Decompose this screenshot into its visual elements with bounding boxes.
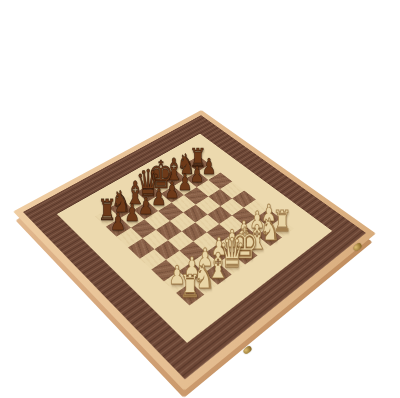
- white-rook[interactable]: ♜: [180, 271, 201, 303]
- black-pawn[interactable]: ♟: [177, 171, 192, 193]
- product-photo-scene: ♜♞♝♛♚♝♞♜♟♟♟♟♟♟♟♟♟♟♟♟♟♟♟♟♜♞♝♛♚♝♞♜: [0, 0, 400, 398]
- black-pawn[interactable]: ♟: [152, 186, 167, 209]
- black-pawn[interactable]: ♟: [110, 210, 126, 234]
- black-pawn[interactable]: ♟: [124, 202, 140, 226]
- black-pawn[interactable]: ♟: [138, 194, 153, 217]
- pieces-layer: ♜♞♝♛♚♝♞♜♟♟♟♟♟♟♟♟♟♟♟♟♟♟♟♟♜♞♝♛♚♝♞♜: [0, 0, 400, 398]
